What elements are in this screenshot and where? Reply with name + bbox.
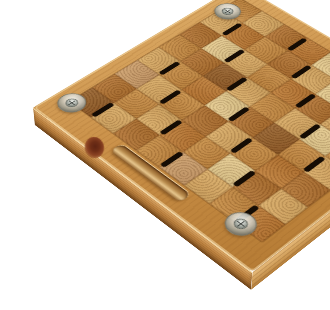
drainage-slot bbox=[303, 156, 326, 172]
wood-block bbox=[160, 120, 206, 152]
cutting-board bbox=[33, 0, 330, 272]
drainage-slot bbox=[228, 106, 250, 121]
drainage-slot bbox=[159, 61, 181, 75]
wood-block bbox=[209, 187, 258, 223]
drainage-slot bbox=[235, 205, 259, 223]
wood-block bbox=[235, 205, 285, 242]
wood-block bbox=[184, 169, 233, 204]
wood-block bbox=[256, 155, 304, 189]
wood-block bbox=[113, 119, 159, 151]
wood-block bbox=[206, 121, 253, 153]
drainage-slot bbox=[224, 49, 245, 63]
wood-block bbox=[253, 123, 300, 155]
wood-block bbox=[282, 172, 330, 207]
drainage-slot bbox=[159, 90, 182, 105]
wood-block bbox=[182, 105, 228, 136]
wood-block bbox=[320, 109, 330, 140]
drainage-slot bbox=[222, 23, 243, 36]
foot-screw-icon bbox=[219, 6, 236, 16]
drainage-slot bbox=[299, 124, 321, 140]
wood-block bbox=[136, 135, 183, 168]
wood-block bbox=[278, 139, 325, 172]
end-grain-field bbox=[69, 0, 330, 242]
drainage-slot bbox=[91, 102, 114, 117]
drainage-slot bbox=[233, 170, 257, 187]
drainage-slot bbox=[287, 38, 307, 51]
drainage-slot-layer bbox=[69, 0, 330, 242]
drainage-slot bbox=[230, 137, 253, 153]
wood-block bbox=[233, 171, 282, 206]
wood-block bbox=[274, 108, 320, 139]
drainage-slot bbox=[295, 94, 317, 109]
wood-block bbox=[160, 152, 208, 186]
wood-block bbox=[304, 156, 330, 190]
drainage-slot bbox=[226, 77, 248, 91]
drainage-slot bbox=[160, 151, 184, 167]
wood-block bbox=[325, 141, 330, 174]
foot-screw-icon bbox=[231, 216, 251, 231]
rubber-foot bbox=[218, 207, 263, 240]
drainage-slot bbox=[159, 120, 182, 135]
photo-scene bbox=[0, 0, 330, 310]
drainage-slot bbox=[291, 65, 312, 79]
wood-block bbox=[208, 153, 256, 187]
wood-block bbox=[299, 124, 330, 156]
wood-block bbox=[259, 188, 308, 224]
wood-block bbox=[228, 107, 274, 138]
wood-block bbox=[230, 138, 277, 171]
wood-block bbox=[183, 136, 230, 169]
foot-screw-icon bbox=[63, 97, 81, 109]
handle-groove bbox=[110, 144, 191, 203]
